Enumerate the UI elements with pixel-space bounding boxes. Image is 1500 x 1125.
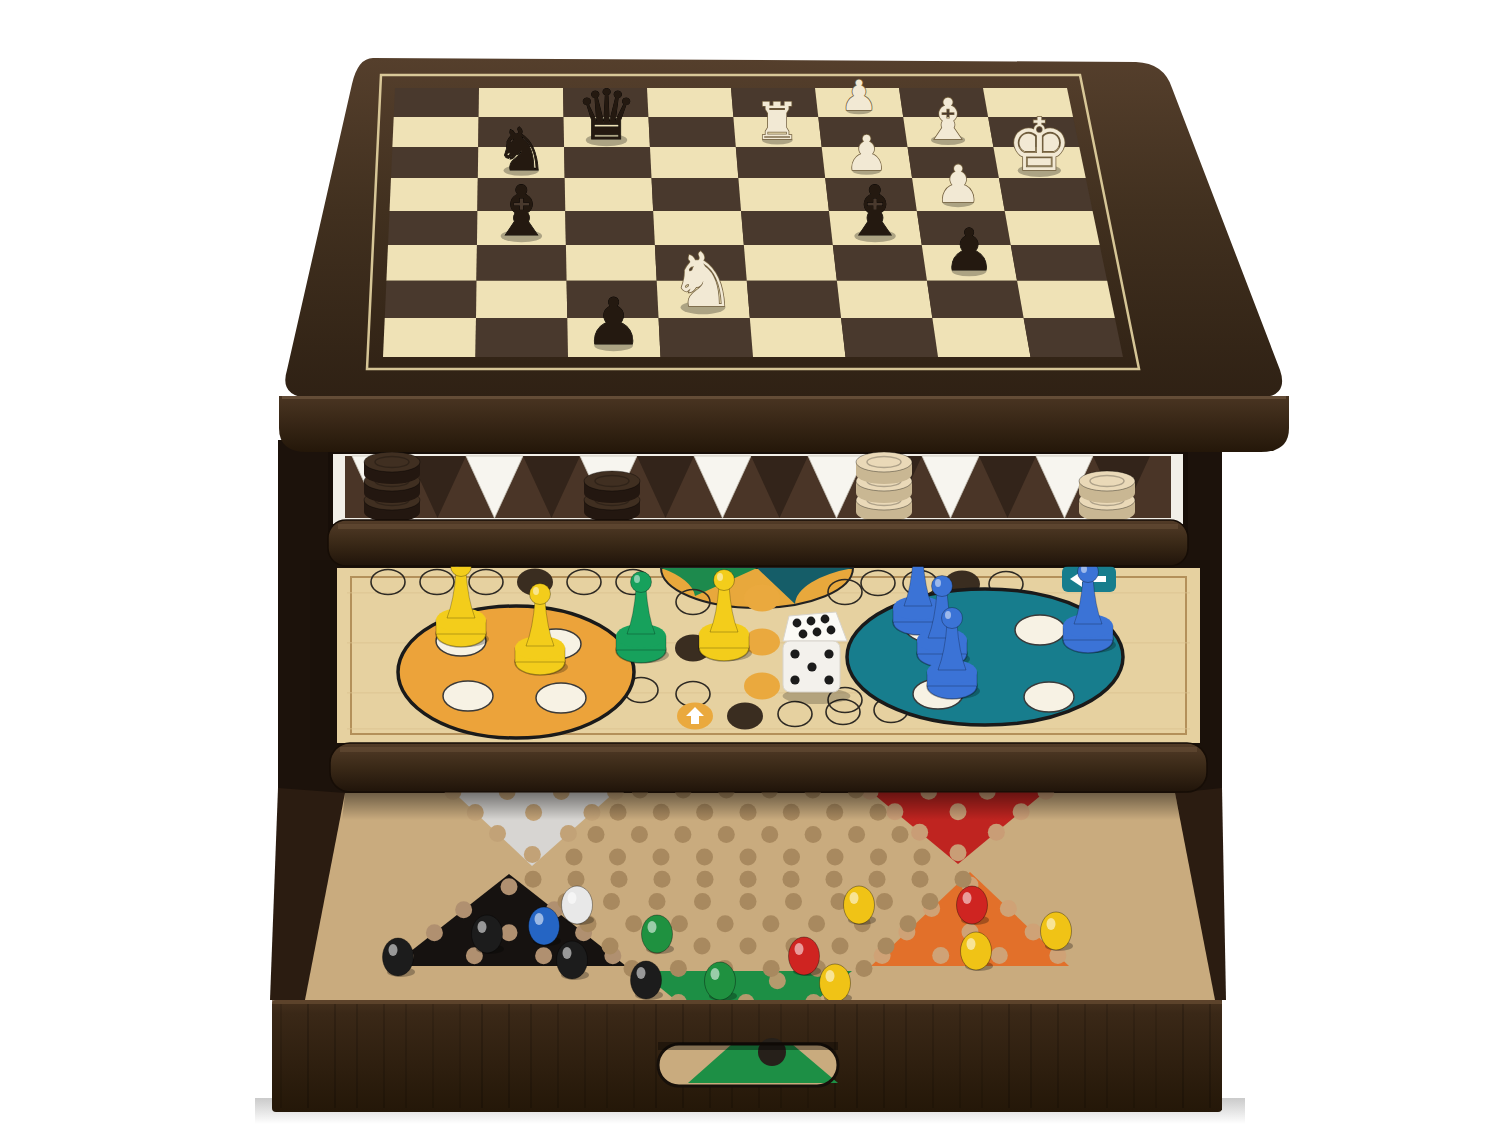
board-hole	[649, 893, 666, 910]
board-hole	[609, 848, 626, 865]
board-hole	[900, 915, 917, 932]
board-hole	[950, 844, 967, 861]
board-hole	[674, 826, 691, 843]
board-hole	[1000, 900, 1017, 917]
yellow-home-hole	[536, 683, 586, 713]
wood-grain	[432, 1004, 434, 1108]
square-h4[interactable]	[1005, 211, 1100, 245]
square-c4[interactable]	[565, 211, 655, 245]
teal-home-hole	[1015, 615, 1065, 645]
teal-home-hole	[1024, 682, 1074, 712]
yellow-home	[398, 606, 634, 738]
game-cabinet-photo: ♟♛♜♝♞♟♚♟♝♝♟♞♟	[0, 0, 1500, 1125]
die-pip-top	[793, 619, 802, 628]
board-hole	[856, 960, 873, 977]
square-a8[interactable]	[394, 88, 479, 117]
yellow-home-circle	[398, 606, 634, 738]
board-hole	[501, 924, 518, 941]
die-pip-front	[824, 649, 833, 658]
square-b2[interactable]	[476, 281, 567, 318]
marble[interactable]	[957, 886, 988, 924]
board-hole	[489, 825, 506, 842]
board-hole	[525, 871, 542, 888]
die-pip-front	[790, 649, 799, 658]
square-a4[interactable]	[388, 211, 477, 245]
board-hole	[783, 871, 800, 888]
wood-grain	[1155, 1004, 1157, 1108]
board-hole	[535, 947, 552, 964]
board-hole	[911, 824, 928, 841]
die-pip-top	[827, 626, 836, 635]
pawn-highlight	[717, 573, 723, 581]
board-hole	[761, 826, 778, 843]
board-hole	[625, 915, 642, 932]
board-hole	[932, 947, 949, 964]
marble[interactable]	[789, 937, 820, 975]
wood-grain	[280, 1004, 282, 1108]
marble[interactable]	[631, 961, 662, 999]
marble[interactable]	[844, 886, 875, 924]
board-hole	[740, 871, 757, 888]
wood-grain	[508, 1004, 510, 1108]
wood-grain	[1182, 1004, 1184, 1108]
wood-grain	[883, 1004, 885, 1108]
square-h3[interactable]	[1011, 245, 1107, 281]
white-pawn-f8[interactable]: ♟	[840, 71, 877, 120]
wood-grain	[1133, 1004, 1135, 1108]
black-pawn-c1[interactable]: ♟	[585, 284, 643, 359]
marble[interactable]	[557, 941, 588, 979]
square-h1[interactable]	[1024, 318, 1123, 357]
wood-grain	[584, 1004, 586, 1108]
board-hole	[740, 938, 757, 955]
square-e1[interactable]	[750, 318, 846, 357]
pawn-head	[942, 608, 963, 629]
handle-cutout[interactable]	[658, 1038, 838, 1086]
marble[interactable]	[383, 938, 414, 976]
board-hole	[955, 871, 972, 888]
black-bishop-f4[interactable]: ♝	[844, 171, 906, 251]
board-hole	[876, 893, 893, 910]
marble[interactable]	[1041, 912, 1072, 950]
pawn-head	[530, 584, 551, 605]
checker-stack-cream[interactable]	[856, 452, 912, 522]
white-rook-e7[interactable]: ♜	[754, 91, 800, 151]
board-hole	[560, 825, 577, 842]
board-hole	[694, 893, 711, 910]
track-cell-filled	[727, 703, 763, 730]
marble[interactable]	[705, 962, 736, 1000]
die-pip-front	[807, 662, 816, 671]
board-hole	[892, 826, 909, 843]
pawn-head	[932, 576, 953, 597]
board-hole	[568, 871, 585, 888]
board-hole	[697, 871, 714, 888]
tabletop-front-edge	[279, 396, 1289, 452]
wood-grain	[1057, 1004, 1059, 1108]
die-pip-front	[824, 675, 833, 684]
board-hole	[603, 893, 620, 910]
backgammon-drawer[interactable]	[328, 446, 1188, 566]
marble-highlight	[648, 921, 657, 933]
board-hole	[826, 871, 843, 888]
square-c5[interactable]	[565, 178, 653, 211]
wood-grain	[1106, 1004, 1108, 1108]
marble-highlight	[795, 943, 804, 955]
drawer-front-panel[interactable]	[272, 1000, 1222, 1112]
front-top-edge	[272, 1000, 1222, 1004]
wood-grain	[1084, 1004, 1086, 1108]
board-hole	[1025, 923, 1042, 940]
board-hole	[740, 893, 757, 910]
board-hole	[611, 871, 628, 888]
board-hole	[566, 848, 583, 865]
marble-highlight	[535, 913, 544, 925]
checker-stack-dark[interactable]	[364, 452, 420, 522]
board-hole	[848, 826, 865, 843]
scene-svg: ♟♛♜♝♞♟♚♟♝♝♟♞♟	[0, 0, 1500, 1125]
board-hole	[870, 848, 887, 865]
marble-highlight	[967, 938, 976, 950]
overhang-shadow	[342, 793, 1180, 820]
square-c3[interactable]	[566, 245, 657, 281]
checker[interactable]	[364, 452, 420, 472]
white-king-h6[interactable]: ♚	[1007, 103, 1072, 187]
board-hole	[602, 938, 619, 955]
board-hole	[717, 915, 734, 932]
chinese-checkers-drawer[interactable]	[270, 782, 1226, 1113]
square-a6[interactable]	[391, 147, 478, 178]
board-hole	[762, 915, 779, 932]
square-b1[interactable]	[476, 318, 569, 357]
board-hole	[455, 901, 472, 918]
wood-grain	[633, 1004, 635, 1108]
pawn-highlight	[634, 575, 640, 583]
pawn-highlight	[945, 611, 951, 619]
wood-grain	[459, 1004, 461, 1108]
white-bishop-g7[interactable]: ♝	[923, 86, 974, 152]
checker-stack-dark[interactable]	[584, 471, 640, 522]
pawn-head	[631, 572, 652, 593]
board-hole	[914, 848, 931, 865]
lip-highlight	[340, 747, 1197, 752]
board-hole	[922, 893, 939, 910]
wood-grain	[606, 1004, 608, 1108]
square-e4[interactable]	[741, 211, 833, 245]
black-queen-c7[interactable]: ♛	[575, 75, 637, 155]
black-bishop-b4[interactable]: ♝	[490, 171, 552, 251]
board-hole	[654, 871, 671, 888]
board-hole	[696, 848, 713, 865]
marble[interactable]	[472, 915, 503, 953]
chess-tabletop: ♟♛♜♝♞♟♚♟♝♝♟♞♟	[279, 58, 1289, 452]
board-hole	[808, 915, 825, 932]
square-a7[interactable]	[392, 117, 478, 147]
wood-grain	[1030, 1004, 1032, 1108]
die-pip-top	[799, 630, 808, 639]
marble-highlight	[711, 968, 720, 980]
wood-grain	[356, 1004, 358, 1108]
board-hole	[763, 960, 780, 977]
square-b8[interactable]	[479, 88, 564, 117]
square-a3[interactable]	[386, 245, 477, 281]
marble-highlight	[563, 947, 572, 959]
wood-grain	[1209, 1004, 1211, 1108]
wood-grain	[481, 1004, 483, 1108]
wood-grain	[905, 1004, 907, 1108]
square-e5[interactable]	[738, 178, 829, 211]
white-pawn-g5[interactable]: ♟	[935, 154, 981, 214]
checker[interactable]	[856, 452, 912, 472]
board-hole	[783, 848, 800, 865]
pawn-highlight	[935, 579, 941, 587]
marble[interactable]	[562, 886, 593, 924]
wood-grain	[981, 1004, 983, 1108]
checker-stack-cream[interactable]	[1079, 471, 1135, 522]
square-g1[interactable]	[932, 318, 1030, 357]
tabletop-edge-highlight	[282, 396, 1286, 399]
board-hole	[588, 826, 605, 843]
pawn-highlight	[533, 587, 539, 595]
marble[interactable]	[642, 915, 673, 953]
white-knight-d2[interactable]: ♞	[669, 237, 736, 324]
square-a5[interactable]	[390, 178, 478, 211]
wood-grain	[932, 1004, 934, 1108]
die-pip-top	[821, 615, 830, 624]
square-e3[interactable]	[744, 245, 837, 281]
board-hole	[869, 871, 886, 888]
track-cell-filled	[744, 673, 780, 700]
marble[interactable]	[820, 964, 851, 1002]
square-d6[interactable]	[650, 147, 738, 178]
board-hole	[878, 938, 895, 955]
chinese-checkers-board	[305, 793, 1215, 1000]
square-d5[interactable]	[652, 178, 742, 211]
board-hole	[671, 915, 688, 932]
board-hole	[827, 848, 844, 865]
pawn-head	[714, 570, 735, 591]
square-g2[interactable]	[927, 281, 1024, 318]
wood-grain	[655, 1004, 657, 1108]
square-e6[interactable]	[736, 147, 825, 178]
wood-grain	[334, 1004, 336, 1108]
wood-grain	[856, 1004, 858, 1108]
marble-highlight	[850, 892, 859, 904]
board-hole	[501, 878, 518, 895]
board-hole	[991, 947, 1008, 964]
board-hole	[988, 824, 1005, 841]
marble-highlight	[637, 967, 646, 979]
marble[interactable]	[961, 932, 992, 970]
ludo-drawer[interactable]	[310, 544, 1210, 793]
square-a2[interactable]	[385, 281, 477, 318]
die-pip-top	[813, 628, 822, 637]
marble-highlight	[568, 892, 577, 904]
checker[interactable]	[584, 471, 640, 491]
board-hole	[653, 848, 670, 865]
wood-grain	[530, 1004, 532, 1108]
square-e2[interactable]	[747, 281, 841, 318]
die-pip-top	[807, 617, 816, 626]
marble-highlight	[1047, 918, 1056, 930]
board-hole	[740, 848, 757, 865]
handle-inner-shadow	[658, 1042, 838, 1050]
wood-grain	[1008, 1004, 1010, 1108]
board-hole	[631, 826, 648, 843]
marble-highlight	[826, 970, 835, 982]
marble-highlight	[389, 944, 398, 956]
marble[interactable]	[529, 907, 560, 945]
wood-grain	[959, 1004, 961, 1108]
square-a1[interactable]	[383, 318, 476, 357]
marble-highlight	[963, 892, 972, 904]
wood-grain	[307, 1004, 309, 1108]
checker[interactable]	[1079, 471, 1135, 491]
board-hole	[426, 924, 443, 941]
die-pip-front	[790, 675, 799, 684]
black-pawn-g3[interactable]: ♟	[943, 216, 995, 284]
board-hole	[718, 826, 735, 843]
board-hole	[785, 893, 802, 910]
board-hole	[694, 938, 711, 955]
board-hole	[912, 871, 929, 888]
board-hole	[832, 938, 849, 955]
square-f2[interactable]	[837, 281, 932, 318]
board-hole	[805, 826, 822, 843]
square-d8[interactable]	[647, 88, 733, 117]
square-d7[interactable]	[648, 117, 735, 147]
square-f1[interactable]	[841, 318, 938, 357]
square-h2[interactable]	[1017, 281, 1115, 318]
wood-grain	[383, 1004, 385, 1108]
board-hole	[670, 960, 687, 977]
lip-highlight	[338, 524, 1178, 529]
die-top-face	[783, 612, 847, 641]
wood-grain	[405, 1004, 407, 1108]
wood-grain	[557, 1004, 559, 1108]
board-hole	[524, 846, 541, 863]
track-cell-filled	[744, 585, 780, 612]
yellow-home-hole	[443, 681, 493, 711]
marble-highlight	[478, 921, 487, 933]
